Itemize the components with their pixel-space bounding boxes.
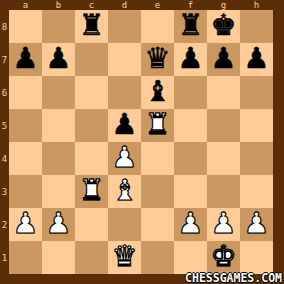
- square-f4[interactable]: [174, 142, 207, 175]
- file-label-c: c: [75, 0, 108, 10]
- square-d6[interactable]: [108, 76, 141, 109]
- piece-black-bishop: ♝: [145, 76, 171, 108]
- piece-black-pawn: ♟: [211, 43, 237, 75]
- square-b2[interactable]: ♟: [42, 208, 75, 241]
- square-a8[interactable]: [9, 10, 42, 43]
- piece-black-pawn: ♟: [13, 43, 39, 75]
- piece-white-pawn: ♟: [178, 208, 204, 240]
- square-a3[interactable]: [9, 175, 42, 208]
- square-e3[interactable]: [141, 175, 174, 208]
- rank-labels: 87654321: [0, 10, 9, 274]
- square-c2[interactable]: [75, 208, 108, 241]
- piece-white-pawn: ♟: [13, 208, 39, 240]
- square-a7[interactable]: ♟: [9, 43, 42, 76]
- square-g8[interactable]: ♚: [207, 10, 240, 43]
- square-d2[interactable]: [108, 208, 141, 241]
- square-b5[interactable]: [42, 109, 75, 142]
- piece-black-pawn: ♟: [112, 109, 138, 141]
- square-c1[interactable]: [75, 241, 108, 274]
- square-g6[interactable]: [207, 76, 240, 109]
- piece-black-pawn: ♟: [244, 43, 270, 75]
- rank-label-3: 3: [0, 175, 9, 208]
- square-f8[interactable]: ♜: [174, 10, 207, 43]
- square-c6[interactable]: [75, 76, 108, 109]
- rank-label-6: 6: [0, 76, 9, 109]
- rank-label-8: 8: [0, 10, 9, 43]
- piece-black-pawn: ♟: [46, 43, 72, 75]
- square-d8[interactable]: [108, 10, 141, 43]
- square-a6[interactable]: [9, 76, 42, 109]
- piece-white-rook: ♜: [145, 109, 171, 141]
- rank-label-2: 2: [0, 208, 9, 241]
- square-h6[interactable]: [240, 76, 273, 109]
- file-label-a: a: [9, 0, 42, 10]
- rank-label-5: 5: [0, 109, 9, 142]
- square-b7[interactable]: ♟: [42, 43, 75, 76]
- square-a5[interactable]: [9, 109, 42, 142]
- piece-white-pawn: ♟: [211, 208, 237, 240]
- square-e7[interactable]: ♛: [141, 43, 174, 76]
- square-b4[interactable]: [42, 142, 75, 175]
- square-h7[interactable]: ♟: [240, 43, 273, 76]
- square-f5[interactable]: [174, 109, 207, 142]
- rank-label-1: 1: [0, 241, 9, 274]
- square-b1[interactable]: [42, 241, 75, 274]
- square-a1[interactable]: [9, 241, 42, 274]
- square-c4[interactable]: [75, 142, 108, 175]
- square-e6[interactable]: ♝: [141, 76, 174, 109]
- square-d3[interactable]: ♝: [108, 175, 141, 208]
- square-d1[interactable]: ♛: [108, 241, 141, 274]
- square-g7[interactable]: ♟: [207, 43, 240, 76]
- square-e1[interactable]: [141, 241, 174, 274]
- square-c5[interactable]: [75, 109, 108, 142]
- square-h2[interactable]: ♟: [240, 208, 273, 241]
- square-g5[interactable]: [207, 109, 240, 142]
- square-b3[interactable]: [42, 175, 75, 208]
- file-label-d: d: [108, 0, 141, 10]
- piece-white-king: ♚: [211, 241, 237, 273]
- file-label-g: g: [207, 0, 240, 10]
- square-f3[interactable]: [174, 175, 207, 208]
- square-g2[interactable]: ♟: [207, 208, 240, 241]
- square-g1[interactable]: ♚: [207, 241, 240, 274]
- piece-black-king: ♚: [211, 10, 237, 42]
- square-h8[interactable]: [240, 10, 273, 43]
- square-e8[interactable]: [141, 10, 174, 43]
- file-label-b: b: [42, 0, 75, 10]
- file-labels: abcdefgh: [9, 0, 273, 10]
- square-d5[interactable]: ♟: [108, 109, 141, 142]
- square-g3[interactable]: [207, 175, 240, 208]
- square-b6[interactable]: [42, 76, 75, 109]
- piece-black-queen: ♛: [145, 43, 171, 75]
- square-c3[interactable]: ♜: [75, 175, 108, 208]
- square-c7[interactable]: [75, 43, 108, 76]
- file-label-h: h: [240, 0, 273, 10]
- file-label-e: e: [141, 0, 174, 10]
- square-d7[interactable]: [108, 43, 141, 76]
- chessgames-watermark: CHESSGAMES.COM: [185, 273, 282, 284]
- square-e2[interactable]: [141, 208, 174, 241]
- square-h4[interactable]: [240, 142, 273, 175]
- piece-white-pawn: ♟: [244, 208, 270, 240]
- chess-board: ♜♜♚♟♟♛♟♟♟♝♟♜♟♜♝♟♟♟♟♟♛♚: [9, 10, 273, 274]
- piece-white-bishop: ♝: [112, 175, 138, 207]
- square-f1[interactable]: [174, 241, 207, 274]
- square-c8[interactable]: ♜: [75, 10, 108, 43]
- square-d4[interactable]: ♟: [108, 142, 141, 175]
- file-label-f: f: [174, 0, 207, 10]
- square-f6[interactable]: [174, 76, 207, 109]
- piece-white-rook: ♜: [79, 175, 105, 207]
- square-g4[interactable]: [207, 142, 240, 175]
- square-e5[interactable]: ♜: [141, 109, 174, 142]
- square-a4[interactable]: [9, 142, 42, 175]
- piece-white-pawn: ♟: [46, 208, 72, 240]
- square-a2[interactable]: ♟: [9, 208, 42, 241]
- square-e4[interactable]: [141, 142, 174, 175]
- chess-diagram: abcdefgh 87654321 ♜♜♚♟♟♛♟♟♟♝♟♜♟♜♝♟♟♟♟♟♛♚…: [0, 0, 284, 284]
- piece-black-rook: ♜: [178, 10, 204, 42]
- square-h5[interactable]: [240, 109, 273, 142]
- piece-white-pawn: ♟: [112, 142, 138, 174]
- piece-black-pawn: ♟: [178, 43, 204, 75]
- square-b8[interactable]: [42, 10, 75, 43]
- square-f7[interactable]: ♟: [174, 43, 207, 76]
- rank-label-7: 7: [0, 43, 9, 76]
- piece-white-queen: ♛: [112, 241, 138, 273]
- square-h3[interactable]: [240, 175, 273, 208]
- rank-label-4: 4: [0, 142, 9, 175]
- square-h1[interactable]: [240, 241, 273, 274]
- piece-black-rook: ♜: [79, 10, 105, 42]
- square-f2[interactable]: ♟: [174, 208, 207, 241]
